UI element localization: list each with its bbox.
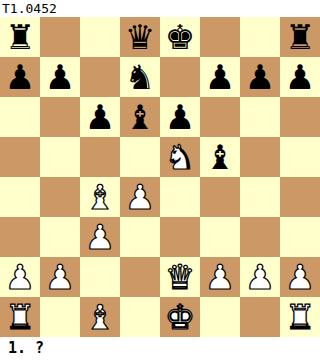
square-f7[interactable]: ♟ [200, 57, 240, 97]
white-rook: ♜ [280, 297, 320, 337]
square-h7[interactable]: ♟ [280, 57, 320, 97]
square-g8[interactable] [240, 17, 280, 57]
square-h3[interactable] [280, 217, 320, 257]
black-pawn: ♟ [80, 97, 120, 137]
square-g7[interactable]: ♟ [240, 57, 280, 97]
square-d3[interactable] [120, 217, 160, 257]
square-e1[interactable]: ♚ [160, 297, 200, 337]
square-c8[interactable] [80, 17, 120, 57]
square-h8[interactable]: ♜ [280, 17, 320, 57]
square-h6[interactable] [280, 97, 320, 137]
white-queen: ♛ [160, 257, 200, 297]
white-knight: ♞ [160, 137, 200, 177]
square-f1[interactable] [200, 297, 240, 337]
move-prompt-text: 1. ? [8, 337, 44, 360]
square-g1[interactable] [240, 297, 280, 337]
white-pawn: ♟ [120, 177, 160, 217]
square-a8[interactable]: ♜ [0, 17, 40, 57]
square-b8[interactable] [40, 17, 80, 57]
square-f2[interactable]: ♟ [200, 257, 240, 297]
black-bishop: ♝ [120, 97, 160, 137]
square-c7[interactable] [80, 57, 120, 97]
black-pawn: ♟ [240, 57, 280, 97]
square-a6[interactable] [0, 97, 40, 137]
square-f3[interactable] [200, 217, 240, 257]
black-rook: ♜ [280, 17, 320, 57]
square-c4[interactable]: ♝ [80, 177, 120, 217]
square-f8[interactable] [200, 17, 240, 57]
square-b3[interactable] [40, 217, 80, 257]
square-c1[interactable]: ♝ [80, 297, 120, 337]
black-pawn: ♟ [200, 57, 240, 97]
square-h2[interactable]: ♟ [280, 257, 320, 297]
white-pawn: ♟ [240, 257, 280, 297]
black-rook: ♜ [0, 17, 40, 57]
square-f6[interactable] [200, 97, 240, 137]
square-b2[interactable]: ♟ [40, 257, 80, 297]
puzzle-id-text: T1.0452 [2, 0, 57, 17]
square-a1[interactable]: ♜ [0, 297, 40, 337]
white-bishop: ♝ [80, 297, 120, 337]
square-b6[interactable] [40, 97, 80, 137]
square-e5[interactable]: ♞ [160, 137, 200, 177]
black-pawn: ♟ [0, 57, 40, 97]
square-e3[interactable] [160, 217, 200, 257]
square-b1[interactable] [40, 297, 80, 337]
square-f4[interactable] [200, 177, 240, 217]
white-rook: ♜ [0, 297, 40, 337]
square-a4[interactable] [0, 177, 40, 217]
white-bishop: ♝ [80, 177, 120, 217]
square-a7[interactable]: ♟ [0, 57, 40, 97]
square-e4[interactable] [160, 177, 200, 217]
square-d4[interactable]: ♟ [120, 177, 160, 217]
square-g5[interactable] [240, 137, 280, 177]
square-a3[interactable] [0, 217, 40, 257]
square-g4[interactable] [240, 177, 280, 217]
square-e7[interactable] [160, 57, 200, 97]
chess-board: ♜♛♚♜♟♟♞♟♟♟♟♝♟♞♝♝♟♟♟♟♛♟♟♟♜♝♚♜ [0, 17, 320, 337]
square-d7[interactable]: ♞ [120, 57, 160, 97]
square-h1[interactable]: ♜ [280, 297, 320, 337]
square-h4[interactable] [280, 177, 320, 217]
square-d5[interactable] [120, 137, 160, 177]
square-b5[interactable] [40, 137, 80, 177]
square-d6[interactable]: ♝ [120, 97, 160, 137]
square-a5[interactable] [0, 137, 40, 177]
square-c3[interactable]: ♟ [80, 217, 120, 257]
square-c5[interactable] [80, 137, 120, 177]
square-e2[interactable]: ♛ [160, 257, 200, 297]
white-pawn: ♟ [0, 257, 40, 297]
square-a2[interactable]: ♟ [0, 257, 40, 297]
square-d2[interactable] [120, 257, 160, 297]
black-bishop: ♝ [200, 137, 240, 177]
square-e8[interactable]: ♚ [160, 17, 200, 57]
white-king: ♚ [160, 297, 200, 337]
black-knight: ♞ [120, 57, 160, 97]
square-g6[interactable] [240, 97, 280, 137]
white-pawn: ♟ [280, 257, 320, 297]
square-b4[interactable] [40, 177, 80, 217]
puzzle-id-title: T1.0452 [0, 0, 320, 17]
square-d8[interactable]: ♛ [120, 17, 160, 57]
square-g3[interactable] [240, 217, 280, 257]
black-king: ♚ [160, 17, 200, 57]
white-pawn: ♟ [40, 257, 80, 297]
black-pawn: ♟ [280, 57, 320, 97]
black-pawn: ♟ [160, 97, 200, 137]
white-pawn: ♟ [80, 217, 120, 257]
square-h5[interactable] [280, 137, 320, 177]
black-queen: ♛ [120, 17, 160, 57]
move-prompt: 1. ? [0, 337, 320, 360]
white-pawn: ♟ [200, 257, 240, 297]
square-e6[interactable]: ♟ [160, 97, 200, 137]
square-g2[interactable]: ♟ [240, 257, 280, 297]
square-c6[interactable]: ♟ [80, 97, 120, 137]
square-c2[interactable] [80, 257, 120, 297]
black-pawn: ♟ [40, 57, 80, 97]
square-f5[interactable]: ♝ [200, 137, 240, 177]
square-d1[interactable] [120, 297, 160, 337]
square-b7[interactable]: ♟ [40, 57, 80, 97]
